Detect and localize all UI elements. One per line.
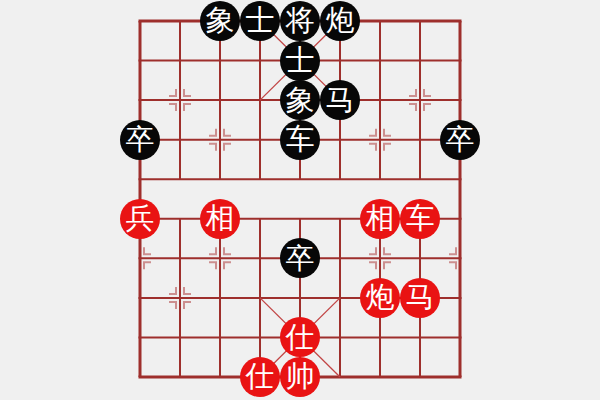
piece-red-soldier[interactable]: 兵	[120, 199, 160, 239]
piece-black-general[interactable]: 将	[280, 1, 320, 41]
piece-black-elephant[interactable]: 象	[200, 1, 240, 41]
xiangqi-board: 象士将炮士象马卒车卒兵相相车卒炮马仕仕帅	[0, 0, 600, 400]
piece-red-chariot[interactable]: 车	[400, 199, 440, 239]
piece-red-advisor[interactable]: 仕	[280, 317, 320, 357]
piece-black-soldier[interactable]: 卒	[440, 120, 480, 160]
piece-black-cannon[interactable]: 炮	[320, 1, 360, 41]
piece-black-soldier[interactable]: 卒	[120, 120, 160, 160]
piece-red-elephant[interactable]: 相	[200, 199, 240, 239]
piece-black-advisor[interactable]: 士	[280, 41, 320, 81]
piece-red-cannon[interactable]: 炮	[360, 278, 400, 318]
piece-black-advisor[interactable]: 士	[240, 1, 280, 41]
piece-red-advisor[interactable]: 仕	[240, 357, 280, 397]
piece-black-elephant[interactable]: 象	[280, 80, 320, 120]
piece-red-elephant[interactable]: 相	[360, 199, 400, 239]
piece-red-horse[interactable]: 马	[400, 278, 440, 318]
piece-layer: 象士将炮士象马卒车卒兵相相车卒炮马仕仕帅	[120, 1, 480, 397]
piece-black-chariot[interactable]: 车	[280, 120, 320, 160]
piece-red-general[interactable]: 帅	[280, 357, 320, 397]
piece-black-soldier[interactable]: 卒	[280, 238, 320, 278]
piece-black-horse[interactable]: 马	[320, 80, 360, 120]
